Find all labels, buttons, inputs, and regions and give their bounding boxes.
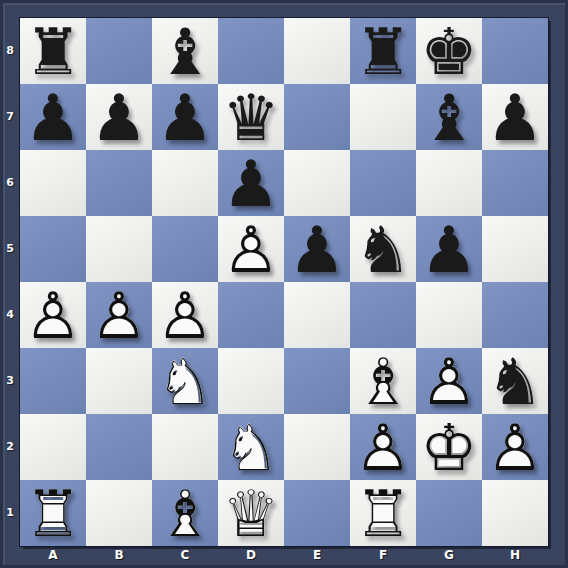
piece-white-pawn[interactable]: ♟♙ — [350, 414, 416, 480]
piece-black-pawn[interactable]: ♟ — [152, 84, 218, 150]
piece-black-bishop[interactable]: ♝ — [152, 18, 218, 84]
chess-board: ♜♝♜♚♟♟♟♛♝♟♟♟♙♟♞♟♟♙♟♙♟♙♞♘♝♗♟♙♞♞♘♟♙♚♔♟♙♜♖♝… — [20, 18, 548, 546]
rank-label-8: 8 — [0, 18, 20, 84]
square-g5[interactable]: ♟ — [416, 216, 482, 282]
piece-outline-glyph: ♙ — [416, 348, 482, 414]
piece-black-queen[interactable]: ♛ — [218, 84, 284, 150]
piece-outline-glyph: ♘ — [152, 348, 218, 414]
square-f3[interactable]: ♝♗ — [350, 348, 416, 414]
square-h2[interactable]: ♟♙ — [482, 414, 548, 480]
piece-black-pawn[interactable]: ♟ — [86, 84, 152, 150]
rank-label-5: 5 — [0, 216, 20, 282]
square-a6[interactable] — [20, 150, 86, 216]
square-f1[interactable]: ♜♖ — [350, 480, 416, 546]
piece-fill-glyph: ♟ — [284, 216, 350, 282]
piece-white-knight[interactable]: ♞♘ — [218, 414, 284, 480]
rank-label-1: 1 — [0, 480, 20, 546]
piece-outline-glyph: ♙ — [218, 216, 284, 282]
square-b8[interactable] — [86, 18, 152, 84]
file-label-b: B — [86, 546, 152, 566]
square-e8[interactable] — [284, 18, 350, 84]
file-label-d: D — [218, 546, 284, 566]
rank-label-6: 6 — [0, 150, 20, 216]
square-d4[interactable] — [218, 282, 284, 348]
piece-black-bishop[interactable]: ♝ — [416, 84, 482, 150]
square-c4[interactable]: ♟♙ — [152, 282, 218, 348]
square-d5[interactable]: ♟♙ — [218, 216, 284, 282]
piece-outline-glyph: ♙ — [152, 282, 218, 348]
square-f2[interactable]: ♟♙ — [350, 414, 416, 480]
square-a1[interactable]: ♜♖ — [20, 480, 86, 546]
piece-fill-glyph: ♟ — [218, 150, 284, 216]
piece-fill-glyph: ♟ — [86, 84, 152, 150]
piece-white-pawn[interactable]: ♟♙ — [152, 282, 218, 348]
square-f8[interactable]: ♜ — [350, 18, 416, 84]
square-d3[interactable] — [218, 348, 284, 414]
square-a4[interactable]: ♟♙ — [20, 282, 86, 348]
square-g4[interactable] — [416, 282, 482, 348]
piece-outline-glyph: ♗ — [350, 348, 416, 414]
piece-outline-glyph: ♙ — [350, 414, 416, 480]
piece-black-pawn[interactable]: ♟ — [20, 84, 86, 150]
square-d6[interactable]: ♟ — [218, 150, 284, 216]
piece-outline-glyph: ♔ — [416, 414, 482, 480]
square-b1[interactable] — [86, 480, 152, 546]
square-c1[interactable]: ♝♗ — [152, 480, 218, 546]
square-c8[interactable]: ♝ — [152, 18, 218, 84]
file-label-h: H — [482, 546, 548, 566]
square-d2[interactable]: ♞♘ — [218, 414, 284, 480]
piece-fill-glyph: ♛ — [218, 84, 284, 150]
piece-fill-glyph: ♟ — [152, 84, 218, 150]
piece-fill-glyph: ♜ — [20, 18, 86, 84]
square-e1[interactable] — [284, 480, 350, 546]
rank-label-7: 7 — [0, 84, 20, 150]
piece-white-bishop[interactable]: ♝♗ — [152, 480, 218, 546]
piece-fill-glyph: ♞ — [350, 216, 416, 282]
piece-outline-glyph: ♖ — [350, 480, 416, 546]
square-f5[interactable]: ♞ — [350, 216, 416, 282]
piece-black-rook[interactable]: ♜ — [350, 18, 416, 84]
square-g2[interactable]: ♚♔ — [416, 414, 482, 480]
piece-outline-glyph: ♕ — [218, 480, 284, 546]
file-labels: ABCDEFGH — [20, 546, 548, 566]
piece-outline-glyph: ♙ — [20, 282, 86, 348]
square-h8[interactable] — [482, 18, 548, 84]
square-b7[interactable]: ♟ — [86, 84, 152, 150]
square-g3[interactable]: ♟♙ — [416, 348, 482, 414]
rank-labels: 87654321 — [0, 18, 20, 546]
piece-fill-glyph: ♝ — [416, 84, 482, 150]
square-d7[interactable]: ♛ — [218, 84, 284, 150]
piece-white-pawn[interactable]: ♟♙ — [86, 282, 152, 348]
piece-black-pawn[interactable]: ♟ — [482, 84, 548, 150]
piece-outline-glyph: ♘ — [218, 414, 284, 480]
square-e5[interactable]: ♟ — [284, 216, 350, 282]
square-e6[interactable] — [284, 150, 350, 216]
square-b6[interactable] — [86, 150, 152, 216]
piece-black-pawn[interactable]: ♟ — [218, 150, 284, 216]
square-d8[interactable] — [218, 18, 284, 84]
piece-black-pawn[interactable]: ♟ — [284, 216, 350, 282]
rank-label-2: 2 — [0, 414, 20, 480]
file-label-a: A — [20, 546, 86, 566]
piece-fill-glyph: ♞ — [482, 348, 548, 414]
square-f4[interactable] — [350, 282, 416, 348]
file-label-c: C — [152, 546, 218, 566]
rank-label-4: 4 — [0, 282, 20, 348]
piece-white-rook[interactable]: ♜♖ — [20, 480, 86, 546]
piece-black-knight[interactable]: ♞ — [482, 348, 548, 414]
piece-white-queen[interactable]: ♛♕ — [218, 480, 284, 546]
piece-fill-glyph: ♟ — [20, 84, 86, 150]
piece-white-pawn[interactable]: ♟♙ — [416, 348, 482, 414]
square-b2[interactable] — [86, 414, 152, 480]
piece-white-bishop[interactable]: ♝♗ — [350, 348, 416, 414]
square-b4[interactable]: ♟♙ — [86, 282, 152, 348]
piece-fill-glyph: ♜ — [350, 18, 416, 84]
square-c5[interactable] — [152, 216, 218, 282]
square-c3[interactable]: ♞♘ — [152, 348, 218, 414]
piece-black-rook[interactable]: ♜ — [20, 18, 86, 84]
square-c7[interactable]: ♟ — [152, 84, 218, 150]
piece-fill-glyph: ♚ — [416, 18, 482, 84]
piece-white-pawn[interactable]: ♟♙ — [20, 282, 86, 348]
square-a5[interactable] — [20, 216, 86, 282]
square-h3[interactable]: ♞ — [482, 348, 548, 414]
square-c6[interactable] — [152, 150, 218, 216]
piece-black-knight[interactable]: ♞ — [350, 216, 416, 282]
square-h1[interactable] — [482, 480, 548, 546]
square-f6[interactable] — [350, 150, 416, 216]
square-e4[interactable] — [284, 282, 350, 348]
square-g1[interactable] — [416, 480, 482, 546]
piece-outline-glyph: ♗ — [152, 480, 218, 546]
square-a7[interactable]: ♟ — [20, 84, 86, 150]
piece-white-king[interactable]: ♚♔ — [416, 414, 482, 480]
square-h6[interactable] — [482, 150, 548, 216]
square-b5[interactable] — [86, 216, 152, 282]
square-g8[interactable]: ♚ — [416, 18, 482, 84]
piece-white-knight[interactable]: ♞♘ — [152, 348, 218, 414]
piece-outline-glyph: ♙ — [86, 282, 152, 348]
square-g6[interactable] — [416, 150, 482, 216]
square-d1[interactable]: ♛♕ — [218, 480, 284, 546]
piece-outline-glyph: ♙ — [482, 414, 548, 480]
piece-white-pawn[interactable]: ♟♙ — [482, 414, 548, 480]
piece-fill-glyph: ♟ — [416, 216, 482, 282]
square-a3[interactable] — [20, 348, 86, 414]
square-f7[interactable] — [350, 84, 416, 150]
piece-black-pawn[interactable]: ♟ — [416, 216, 482, 282]
rank-label-3: 3 — [0, 348, 20, 414]
piece-white-rook[interactable]: ♜♖ — [350, 480, 416, 546]
square-e3[interactable] — [284, 348, 350, 414]
piece-outline-glyph: ♖ — [20, 480, 86, 546]
square-g7[interactable]: ♝ — [416, 84, 482, 150]
square-h4[interactable] — [482, 282, 548, 348]
piece-fill-glyph: ♝ — [152, 18, 218, 84]
square-e2[interactable] — [284, 414, 350, 480]
file-label-g: G — [416, 546, 482, 566]
board-frame: 87654321 ♜♝♜♚♟♟♟♛♝♟♟♟♙♟♞♟♟♙♟♙♟♙♞♘♝♗♟♙♞♞♘… — [0, 0, 568, 568]
square-b3[interactable] — [86, 348, 152, 414]
square-h7[interactable]: ♟ — [482, 84, 548, 150]
piece-black-king[interactable]: ♚ — [416, 18, 482, 84]
square-e7[interactable] — [284, 84, 350, 150]
square-c2[interactable] — [152, 414, 218, 480]
file-label-e: E — [284, 546, 350, 566]
square-h5[interactable] — [482, 216, 548, 282]
piece-fill-glyph: ♟ — [482, 84, 548, 150]
square-a8[interactable]: ♜ — [20, 18, 86, 84]
square-a2[interactable] — [20, 414, 86, 480]
file-label-f: F — [350, 546, 416, 566]
piece-white-pawn[interactable]: ♟♙ — [218, 216, 284, 282]
